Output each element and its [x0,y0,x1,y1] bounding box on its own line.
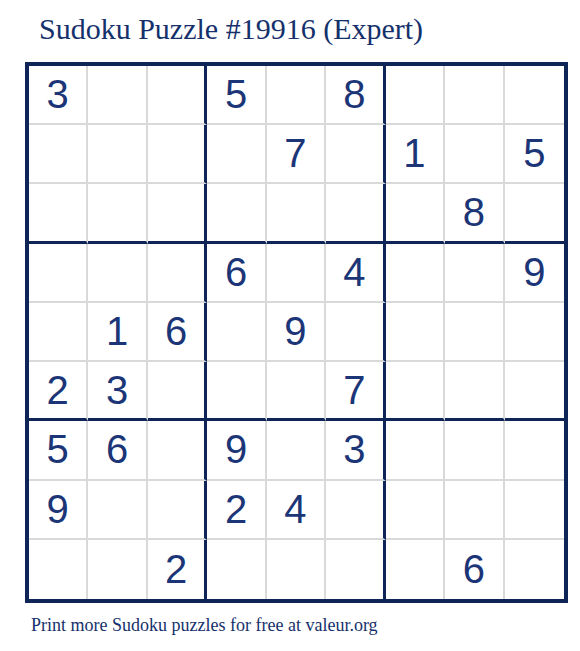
cell-r4c8[interactable] [445,244,504,303]
cell-r2c6[interactable] [326,125,385,184]
cell-r1c7[interactable] [386,66,445,125]
cell-r4c2[interactable] [88,244,147,303]
cell-r2c5: 7 [267,125,326,184]
cell-r3c9[interactable] [505,184,564,243]
cell-r8c8[interactable] [445,481,504,540]
cell-r6c3[interactable] [148,362,207,421]
cell-r9c5[interactable] [267,540,326,599]
cell-r4c5[interactable] [267,244,326,303]
cell-r1c6: 8 [326,66,385,125]
cell-r7c8[interactable] [445,421,504,480]
cell-r5c9[interactable] [505,303,564,362]
cell-r6c4[interactable] [207,362,266,421]
cell-r5c1[interactable] [29,303,88,362]
cell-r3c8: 8 [445,184,504,243]
cell-r2c7: 1 [386,125,445,184]
cell-r4c4: 6 [207,244,266,303]
cell-r5c3: 6 [148,303,207,362]
cell-r9c1[interactable] [29,540,88,599]
cell-r5c7[interactable] [386,303,445,362]
cell-r7c5[interactable] [267,421,326,480]
cell-r8c6[interactable] [326,481,385,540]
cell-r2c9: 5 [505,125,564,184]
cell-r1c3[interactable] [148,66,207,125]
cell-r7c2: 6 [88,421,147,480]
cell-r6c8[interactable] [445,362,504,421]
footer-note: Print more Sudoku puzzles for free at va… [31,615,378,637]
cell-r6c5[interactable] [267,362,326,421]
cell-r6c7[interactable] [386,362,445,421]
cell-r5c6[interactable] [326,303,385,362]
cell-r1c2[interactable] [88,66,147,125]
cell-r2c1[interactable] [29,125,88,184]
cell-r3c3[interactable] [148,184,207,243]
cell-r4c7[interactable] [386,244,445,303]
cell-r1c9[interactable] [505,66,564,125]
cell-r4c1[interactable] [29,244,88,303]
cell-r7c7[interactable] [386,421,445,480]
cell-r4c9: 9 [505,244,564,303]
cell-r9c2[interactable] [88,540,147,599]
cell-r9c3: 2 [148,540,207,599]
cell-r7c6: 3 [326,421,385,480]
cell-r8c7[interactable] [386,481,445,540]
cell-r9c4[interactable] [207,540,266,599]
cell-r7c9[interactable] [505,421,564,480]
cell-r5c5: 9 [267,303,326,362]
cell-r3c7[interactable] [386,184,445,243]
cell-r4c3[interactable] [148,244,207,303]
cell-r2c2[interactable] [88,125,147,184]
cell-r3c2[interactable] [88,184,147,243]
page-title: Sudoku Puzzle #19916 (Expert) [39,10,423,48]
cell-r9c9[interactable] [505,540,564,599]
cell-r3c6[interactable] [326,184,385,243]
cell-r5c2: 1 [88,303,147,362]
cell-r9c6[interactable] [326,540,385,599]
cell-r6c2: 3 [88,362,147,421]
cell-r3c4[interactable] [207,184,266,243]
sudoku-grid: 3587158649169237569392426 [25,62,568,603]
cell-r5c4[interactable] [207,303,266,362]
cell-r8c9[interactable] [505,481,564,540]
cell-r8c1: 9 [29,481,88,540]
cell-r2c8[interactable] [445,125,504,184]
cell-r1c4: 5 [207,66,266,125]
cell-r8c2[interactable] [88,481,147,540]
cell-r8c5: 4 [267,481,326,540]
cell-r6c1: 2 [29,362,88,421]
cell-r9c8: 6 [445,540,504,599]
cell-r7c3[interactable] [148,421,207,480]
cell-r1c1: 3 [29,66,88,125]
cell-r1c5[interactable] [267,66,326,125]
cell-r1c8[interactable] [445,66,504,125]
cell-r2c4[interactable] [207,125,266,184]
cell-r2c3[interactable] [148,125,207,184]
cell-r8c3[interactable] [148,481,207,540]
cell-r5c8[interactable] [445,303,504,362]
cell-r7c1: 5 [29,421,88,480]
cell-r9c7[interactable] [386,540,445,599]
cell-r3c1[interactable] [29,184,88,243]
cell-r6c9[interactable] [505,362,564,421]
cell-r6c6: 7 [326,362,385,421]
cell-r4c6: 4 [326,244,385,303]
cell-r7c4: 9 [207,421,266,480]
cell-r3c5[interactable] [267,184,326,243]
cell-r8c4: 2 [207,481,266,540]
